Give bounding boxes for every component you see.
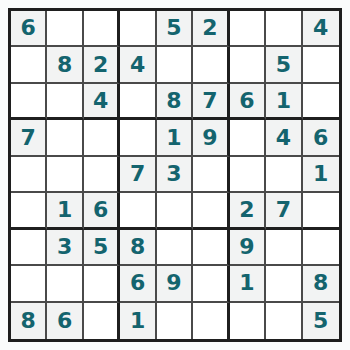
sudoku-cell-r8c3[interactable] xyxy=(84,266,120,302)
sudoku-cell-r5c2[interactable] xyxy=(47,157,83,193)
sudoku-cell-r6c1[interactable] xyxy=(11,193,47,229)
sudoku-cell-r9c8[interactable] xyxy=(266,303,302,339)
sudoku-cell-r1c8[interactable] xyxy=(266,11,302,47)
sudoku-cell-r1c3[interactable] xyxy=(84,11,120,47)
sudoku-page: 6524824548761719467311627358969188615 xyxy=(0,0,350,350)
sudoku-cell-r8c9: 8 xyxy=(303,266,339,302)
sudoku-cell-r7c7: 9 xyxy=(230,230,266,266)
sudoku-cell-r3c7: 6 xyxy=(230,84,266,120)
sudoku-cell-r5c7[interactable] xyxy=(230,157,266,193)
sudoku-cell-r1c7[interactable] xyxy=(230,11,266,47)
sudoku-cell-r9c7[interactable] xyxy=(230,303,266,339)
sudoku-cell-r5c5: 3 xyxy=(157,157,193,193)
sudoku-cell-r8c1[interactable] xyxy=(11,266,47,302)
sudoku-cell-r9c1: 8 xyxy=(11,303,47,339)
sudoku-cell-r3c4[interactable] xyxy=(120,84,156,120)
sudoku-cell-r8c2[interactable] xyxy=(47,266,83,302)
sudoku-cell-r4c6: 9 xyxy=(193,120,229,156)
sudoku-cell-r1c5: 5 xyxy=(157,11,193,47)
sudoku-cell-r6c2: 1 xyxy=(47,193,83,229)
sudoku-cell-r2c2: 8 xyxy=(47,47,83,83)
sudoku-cell-r4c2[interactable] xyxy=(47,120,83,156)
sudoku-cell-r8c8[interactable] xyxy=(266,266,302,302)
sudoku-cell-r3c8: 1 xyxy=(266,84,302,120)
sudoku-cell-r4c4[interactable] xyxy=(120,120,156,156)
sudoku-cell-r8c5: 9 xyxy=(157,266,193,302)
sudoku-cell-r7c4: 8 xyxy=(120,230,156,266)
sudoku-cell-r1c6: 2 xyxy=(193,11,229,47)
sudoku-cell-r2c1[interactable] xyxy=(11,47,47,83)
sudoku-cell-r7c1[interactable] xyxy=(11,230,47,266)
sudoku-cell-r1c9: 4 xyxy=(303,11,339,47)
sudoku-cell-r9c3[interactable] xyxy=(84,303,120,339)
sudoku-cell-r4c8: 4 xyxy=(266,120,302,156)
sudoku-cell-r5c1[interactable] xyxy=(11,157,47,193)
sudoku-cell-r6c3: 6 xyxy=(84,193,120,229)
sudoku-cell-r3c9[interactable] xyxy=(303,84,339,120)
sudoku-cell-r6c7: 2 xyxy=(230,193,266,229)
sudoku-cell-r9c5[interactable] xyxy=(157,303,193,339)
sudoku-cell-r9c2: 6 xyxy=(47,303,83,339)
sudoku-cell-r4c3[interactable] xyxy=(84,120,120,156)
sudoku-cell-r4c7[interactable] xyxy=(230,120,266,156)
sudoku-board: 6524824548761719467311627358969188615 xyxy=(8,8,342,342)
sudoku-cell-r2c9[interactable] xyxy=(303,47,339,83)
sudoku-cell-r3c5: 8 xyxy=(157,84,193,120)
sudoku-cell-r8c7: 1 xyxy=(230,266,266,302)
sudoku-cell-r7c9[interactable] xyxy=(303,230,339,266)
sudoku-cell-r5c3[interactable] xyxy=(84,157,120,193)
sudoku-cell-r8c4: 6 xyxy=(120,266,156,302)
sudoku-cell-r1c1: 6 xyxy=(11,11,47,47)
sudoku-cell-r6c9[interactable] xyxy=(303,193,339,229)
sudoku-cell-r7c5[interactable] xyxy=(157,230,193,266)
sudoku-cell-r3c6: 7 xyxy=(193,84,229,120)
sudoku-cell-r1c4[interactable] xyxy=(120,11,156,47)
sudoku-cell-r1c2[interactable] xyxy=(47,11,83,47)
sudoku-cell-r3c1[interactable] xyxy=(11,84,47,120)
sudoku-cell-r9c9: 5 xyxy=(303,303,339,339)
sudoku-cell-r9c4: 1 xyxy=(120,303,156,339)
sudoku-cell-r6c8: 7 xyxy=(266,193,302,229)
sudoku-cell-r5c4: 7 xyxy=(120,157,156,193)
sudoku-cell-r2c3: 2 xyxy=(84,47,120,83)
sudoku-cell-r4c1: 7 xyxy=(11,120,47,156)
sudoku-cell-r2c8: 5 xyxy=(266,47,302,83)
sudoku-cell-r2c4: 4 xyxy=(120,47,156,83)
sudoku-cell-r7c6[interactable] xyxy=(193,230,229,266)
sudoku-cell-r8c6[interactable] xyxy=(193,266,229,302)
sudoku-cell-r5c6[interactable] xyxy=(193,157,229,193)
sudoku-cell-r6c4[interactable] xyxy=(120,193,156,229)
sudoku-cell-r3c2[interactable] xyxy=(47,84,83,120)
sudoku-cell-r7c8[interactable] xyxy=(266,230,302,266)
sudoku-cell-r7c2: 3 xyxy=(47,230,83,266)
sudoku-cell-r2c6[interactable] xyxy=(193,47,229,83)
sudoku-cell-r9c6[interactable] xyxy=(193,303,229,339)
sudoku-cell-r6c5[interactable] xyxy=(157,193,193,229)
sudoku-cell-r5c9: 1 xyxy=(303,157,339,193)
sudoku-cell-r2c7[interactable] xyxy=(230,47,266,83)
sudoku-cell-r5c8[interactable] xyxy=(266,157,302,193)
sudoku-cell-r3c3: 4 xyxy=(84,84,120,120)
sudoku-cell-r4c5: 1 xyxy=(157,120,193,156)
sudoku-cell-r6c6[interactable] xyxy=(193,193,229,229)
sudoku-cell-r4c9: 6 xyxy=(303,120,339,156)
sudoku-cell-r7c3: 5 xyxy=(84,230,120,266)
sudoku-cell-r2c5[interactable] xyxy=(157,47,193,83)
